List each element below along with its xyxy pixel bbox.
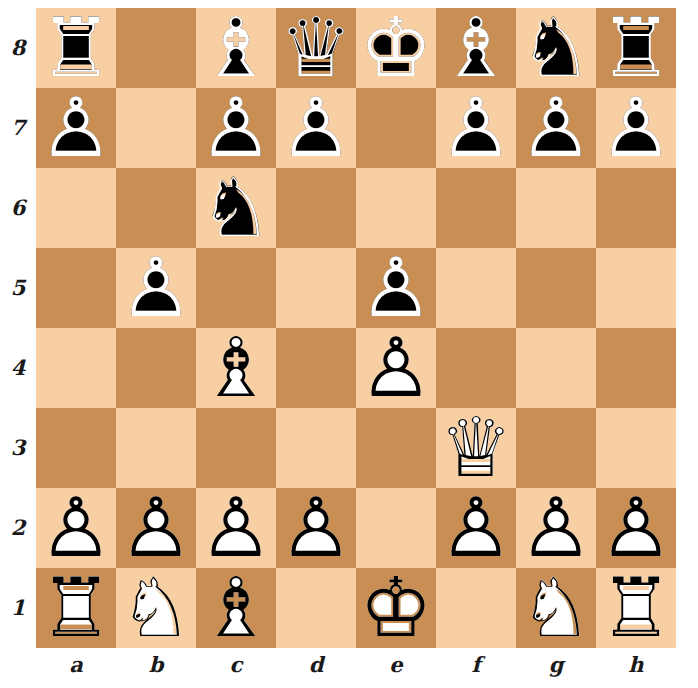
white-pawn-outline-glyph: ♙ [596,488,676,568]
black-queen-fill-glyph: ♛ [276,8,356,88]
square-g4[interactable] [516,328,596,408]
white-pawn[interactable]: ♟♙ [116,488,196,568]
square-a7[interactable]: ♟♙ [36,88,116,168]
black-knight-fill-glyph: ♞ [516,8,596,88]
white-knight[interactable]: ♞♘ [116,568,196,648]
square-a3[interactable] [36,408,116,488]
rank-label-2: 2 [0,488,36,568]
square-e7[interactable] [356,88,436,168]
square-f4[interactable] [436,328,516,408]
square-e8[interactable]: ♚♔ [356,8,436,88]
square-g2[interactable]: ♟♙ [516,488,596,568]
file-label-g: g [516,648,596,684]
white-pawn-fill-glyph: ♟ [276,488,356,568]
square-e4[interactable]: ♟♙ [356,328,436,408]
black-pawn[interactable]: ♟♙ [36,88,116,168]
square-c6[interactable]: ♞♘ [196,168,276,248]
black-pawn-fill-glyph: ♟ [516,88,596,168]
black-knight[interactable]: ♞♘ [196,168,276,248]
square-b7[interactable] [116,88,196,168]
black-pawn[interactable]: ♟♙ [436,88,516,168]
white-pawn[interactable]: ♟♙ [356,328,436,408]
white-bishop-outline-glyph: ♗ [196,568,276,648]
white-queen-outline-glyph: ♕ [436,408,516,488]
black-rook-outline-glyph: ♖ [36,8,116,88]
white-queen[interactable]: ♛♕ [436,408,516,488]
square-b5[interactable]: ♟♙ [116,248,196,328]
white-queen-fill-glyph: ♛ [436,408,516,488]
square-d8[interactable]: ♛♕ [276,8,356,88]
square-a2[interactable]: ♟♙ [36,488,116,568]
black-knight-outline-glyph: ♘ [516,8,596,88]
white-pawn-outline-glyph: ♙ [276,488,356,568]
black-pawn-outline-glyph: ♙ [276,88,356,168]
black-pawn-fill-glyph: ♟ [276,88,356,168]
black-pawn-outline-glyph: ♙ [596,88,676,168]
square-g8[interactable]: ♞♘ [516,8,596,88]
square-g5[interactable] [516,248,596,328]
square-h2[interactable]: ♟♙ [596,488,676,568]
black-pawn-fill-glyph: ♟ [596,88,676,168]
square-h1[interactable]: ♜♖ [596,568,676,648]
file-label-f: f [436,648,516,684]
square-e5[interactable]: ♟♙ [356,248,436,328]
square-b6[interactable] [116,168,196,248]
square-d2[interactable]: ♟♙ [276,488,356,568]
rank-label-4: 4 [0,328,36,408]
black-pawn-outline-glyph: ♙ [436,88,516,168]
black-pawn-outline-glyph: ♙ [36,88,116,168]
rank-label-6: 6 [0,168,36,248]
black-knight-outline-glyph: ♘ [196,168,276,248]
file-label-d: d [276,648,356,684]
white-pawn-outline-glyph: ♙ [36,488,116,568]
white-pawn-fill-glyph: ♟ [36,488,116,568]
white-bishop[interactable]: ♝♗ [196,328,276,408]
rank-label-1: 1 [0,568,36,648]
square-d4[interactable] [276,328,356,408]
square-h4[interactable] [596,328,676,408]
square-c2[interactable]: ♟♙ [196,488,276,568]
white-knight-outline-glyph: ♘ [116,568,196,648]
file-label-b: b [116,648,196,684]
black-rook-outline-glyph: ♖ [596,8,676,88]
white-pawn[interactable]: ♟♙ [596,488,676,568]
square-e3[interactable] [356,408,436,488]
white-pawn-fill-glyph: ♟ [116,488,196,568]
black-pawn-fill-glyph: ♟ [436,88,516,168]
white-rook[interactable]: ♜♖ [36,568,116,648]
square-h6[interactable] [596,168,676,248]
white-pawn[interactable]: ♟♙ [276,488,356,568]
white-rook[interactable]: ♜♖ [596,568,676,648]
white-pawn[interactable]: ♟♙ [436,488,516,568]
rank-label-5: 5 [0,248,36,328]
white-knight-fill-glyph: ♞ [116,568,196,648]
black-king[interactable]: ♚♔ [356,8,436,88]
white-bishop-fill-glyph: ♝ [196,328,276,408]
rank-label-8: 8 [0,8,36,88]
square-f6[interactable] [436,168,516,248]
square-a1[interactable]: ♜♖ [36,568,116,648]
white-pawn-fill-glyph: ♟ [436,488,516,568]
black-king-outline-glyph: ♔ [356,8,436,88]
square-d6[interactable] [276,168,356,248]
white-pawn-fill-glyph: ♟ [516,488,596,568]
square-h7[interactable]: ♟♙ [596,88,676,168]
square-f8[interactable]: ♝♗ [436,8,516,88]
white-knight[interactable]: ♞♘ [516,568,596,648]
square-a5[interactable] [36,248,116,328]
black-pawn-fill-glyph: ♟ [116,248,196,328]
white-pawn-fill-glyph: ♟ [356,328,436,408]
black-pawn[interactable]: ♟♙ [276,88,356,168]
white-king-fill-glyph: ♚ [356,568,436,648]
square-b4[interactable] [116,328,196,408]
file-label-c: c [196,648,276,684]
square-h3[interactable] [596,408,676,488]
black-bishop-fill-glyph: ♝ [436,8,516,88]
black-pawn-outline-glyph: ♙ [516,88,596,168]
square-f5[interactable] [436,248,516,328]
white-pawn-outline-glyph: ♙ [436,488,516,568]
black-pawn[interactable]: ♟♙ [596,88,676,168]
square-d1[interactable] [276,568,356,648]
white-knight-fill-glyph: ♞ [516,568,596,648]
black-king-fill-glyph: ♚ [356,8,436,88]
black-pawn[interactable]: ♟♙ [516,88,596,168]
square-g7[interactable]: ♟♙ [516,88,596,168]
rank-labels-column: 87654321 [0,8,36,648]
square-e6[interactable] [356,168,436,248]
square-f3[interactable]: ♛♕ [436,408,516,488]
black-pawn[interactable]: ♟♙ [196,88,276,168]
square-a4[interactable] [36,328,116,408]
black-pawn[interactable]: ♟♙ [356,248,436,328]
rank-label-3: 3 [0,408,36,488]
square-h8[interactable]: ♜♖ [596,8,676,88]
square-f7[interactable]: ♟♙ [436,88,516,168]
file-label-h: h [596,648,676,684]
square-c5[interactable] [196,248,276,328]
square-e2[interactable] [356,488,436,568]
black-pawn-fill-glyph: ♟ [36,88,116,168]
white-rook-fill-glyph: ♜ [36,568,116,648]
white-pawn[interactable]: ♟♙ [516,488,596,568]
black-knight-fill-glyph: ♞ [196,168,276,248]
file-label-a: a [36,648,116,684]
square-e1[interactable]: ♚♔ [356,568,436,648]
square-g3[interactable] [516,408,596,488]
black-bishop[interactable]: ♝♗ [196,8,276,88]
file-label-e: e [356,648,436,684]
black-bishop[interactable]: ♝♗ [436,8,516,88]
black-bishop-outline-glyph: ♗ [196,8,276,88]
white-pawn-outline-glyph: ♙ [356,328,436,408]
white-rook-outline-glyph: ♖ [36,568,116,648]
chess-board: ♜♖♝♗♛♕♚♔♝♗♞♘♜♖♟♙♟♙♟♙♟♙♟♙♟♙♞♘♟♙♟♙♝♗♟♙♛♕♟♙… [36,8,676,648]
black-pawn-fill-glyph: ♟ [196,88,276,168]
square-c3[interactable] [196,408,276,488]
black-queen[interactable]: ♛♕ [276,8,356,88]
square-a8[interactable]: ♜♖ [36,8,116,88]
square-f2[interactable]: ♟♙ [436,488,516,568]
square-c4[interactable]: ♝♗ [196,328,276,408]
white-bishop-outline-glyph: ♗ [196,328,276,408]
black-queen-outline-glyph: ♕ [276,8,356,88]
file-labels-row: abcdefgh [36,648,676,688]
square-a6[interactable] [36,168,116,248]
square-d7[interactable]: ♟♙ [276,88,356,168]
black-pawn[interactable]: ♟♙ [116,248,196,328]
black-rook[interactable]: ♜♖ [36,8,116,88]
white-pawn[interactable]: ♟♙ [196,488,276,568]
square-c7[interactable]: ♟♙ [196,88,276,168]
white-pawn-outline-glyph: ♙ [116,488,196,568]
black-rook-fill-glyph: ♜ [596,8,676,88]
black-pawn-outline-glyph: ♙ [356,248,436,328]
white-king-outline-glyph: ♔ [356,568,436,648]
square-b1[interactable]: ♞♘ [116,568,196,648]
white-bishop[interactable]: ♝♗ [196,568,276,648]
white-rook-outline-glyph: ♖ [596,568,676,648]
black-bishop-fill-glyph: ♝ [196,8,276,88]
white-rook-fill-glyph: ♜ [596,568,676,648]
square-c8[interactable]: ♝♗ [196,8,276,88]
white-pawn-outline-glyph: ♙ [516,488,596,568]
square-b3[interactable] [116,408,196,488]
square-h5[interactable] [596,248,676,328]
black-bishop-outline-glyph: ♗ [436,8,516,88]
white-pawn-outline-glyph: ♙ [196,488,276,568]
rank-label-7: 7 [0,88,36,168]
square-b2[interactable]: ♟♙ [116,488,196,568]
black-knight[interactable]: ♞♘ [516,8,596,88]
black-rook[interactable]: ♜♖ [596,8,676,88]
square-b8[interactable] [116,8,196,88]
black-rook-fill-glyph: ♜ [36,8,116,88]
white-knight-outline-glyph: ♘ [516,568,596,648]
white-pawn[interactable]: ♟♙ [36,488,116,568]
black-pawn-outline-glyph: ♙ [116,248,196,328]
white-pawn-fill-glyph: ♟ [596,488,676,568]
square-f1[interactable] [436,568,516,648]
white-pawn-fill-glyph: ♟ [196,488,276,568]
square-g6[interactable] [516,168,596,248]
white-bishop-fill-glyph: ♝ [196,568,276,648]
white-king[interactable]: ♚♔ [356,568,436,648]
square-d3[interactable] [276,408,356,488]
square-g1[interactable]: ♞♘ [516,568,596,648]
square-c1[interactable]: ♝♗ [196,568,276,648]
square-d5[interactable] [276,248,356,328]
black-pawn-outline-glyph: ♙ [196,88,276,168]
black-pawn-fill-glyph: ♟ [356,248,436,328]
